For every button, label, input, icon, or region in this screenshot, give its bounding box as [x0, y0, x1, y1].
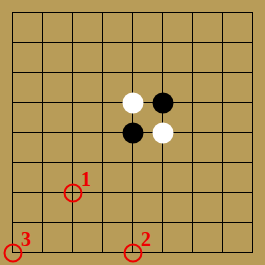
- white-stone: [123, 93, 144, 114]
- intersection-c3[interactable]: 1: [58, 178, 88, 208]
- intersection-e4[interactable]: [118, 148, 148, 178]
- intersection-d3[interactable]: [88, 178, 118, 208]
- intersection-b1[interactable]: [28, 238, 58, 265]
- intersection-e1[interactable]: 2: [118, 238, 148, 265]
- marker-circle-2: [124, 244, 143, 263]
- intersection-e8[interactable]: [118, 28, 148, 58]
- intersection-a1[interactable]: 3: [0, 238, 28, 265]
- intersection-g1[interactable]: [178, 238, 208, 265]
- intersection-d5[interactable]: [88, 118, 118, 148]
- intersection-e9[interactable]: [118, 0, 148, 28]
- intersection-f1[interactable]: [148, 238, 178, 265]
- intersection-j1[interactable]: [238, 238, 265, 265]
- intersection-a8[interactable]: [0, 28, 28, 58]
- intersection-f6[interactable]: [148, 88, 178, 118]
- intersection-g6[interactable]: [178, 88, 208, 118]
- intersection-c2[interactable]: [58, 208, 88, 238]
- intersection-e6[interactable]: [118, 88, 148, 118]
- intersection-b9[interactable]: [28, 0, 58, 28]
- intersection-j3[interactable]: [238, 178, 265, 208]
- intersection-b3[interactable]: [28, 178, 58, 208]
- intersection-f9[interactable]: [148, 0, 178, 28]
- board-grid: 132: [0, 0, 265, 265]
- intersection-f5[interactable]: [148, 118, 178, 148]
- intersection-h3[interactable]: [208, 178, 238, 208]
- intersection-e3[interactable]: [118, 178, 148, 208]
- intersection-g5[interactable]: [178, 118, 208, 148]
- intersection-h7[interactable]: [208, 58, 238, 88]
- intersection-c8[interactable]: [58, 28, 88, 58]
- intersection-g2[interactable]: [178, 208, 208, 238]
- intersection-j8[interactable]: [238, 28, 265, 58]
- intersection-g7[interactable]: [178, 58, 208, 88]
- white-stone: [153, 123, 174, 144]
- intersection-a4[interactable]: [0, 148, 28, 178]
- intersection-b2[interactable]: [28, 208, 58, 238]
- intersection-b6[interactable]: [28, 88, 58, 118]
- intersection-d7[interactable]: [88, 58, 118, 88]
- intersection-f3[interactable]: [148, 178, 178, 208]
- intersection-b7[interactable]: [28, 58, 58, 88]
- intersection-f2[interactable]: [148, 208, 178, 238]
- intersection-h4[interactable]: [208, 148, 238, 178]
- intersection-h5[interactable]: [208, 118, 238, 148]
- intersection-d6[interactable]: [88, 88, 118, 118]
- intersection-f4[interactable]: [148, 148, 178, 178]
- intersection-h1[interactable]: [208, 238, 238, 265]
- go-board: 132: [0, 0, 265, 265]
- intersection-j2[interactable]: [238, 208, 265, 238]
- intersection-j4[interactable]: [238, 148, 265, 178]
- intersection-d9[interactable]: [88, 0, 118, 28]
- intersection-b4[interactable]: [28, 148, 58, 178]
- intersection-c9[interactable]: [58, 0, 88, 28]
- black-stone: [153, 93, 174, 114]
- intersection-h8[interactable]: [208, 28, 238, 58]
- intersection-j5[interactable]: [238, 118, 265, 148]
- intersection-a9[interactable]: [0, 0, 28, 28]
- marker-circle-1: [64, 184, 83, 203]
- intersection-g3[interactable]: [178, 178, 208, 208]
- intersection-j7[interactable]: [238, 58, 265, 88]
- intersection-f8[interactable]: [148, 28, 178, 58]
- intersection-c7[interactable]: [58, 58, 88, 88]
- intersection-h2[interactable]: [208, 208, 238, 238]
- intersection-g4[interactable]: [178, 148, 208, 178]
- intersection-g8[interactable]: [178, 28, 208, 58]
- intersection-d1[interactable]: [88, 238, 118, 265]
- intersection-b5[interactable]: [28, 118, 58, 148]
- intersection-d2[interactable]: [88, 208, 118, 238]
- intersection-j9[interactable]: [238, 0, 265, 28]
- intersection-c5[interactable]: [58, 118, 88, 148]
- intersection-g9[interactable]: [178, 0, 208, 28]
- intersection-h6[interactable]: [208, 88, 238, 118]
- intersection-a6[interactable]: [0, 88, 28, 118]
- intersection-d8[interactable]: [88, 28, 118, 58]
- intersection-a5[interactable]: [0, 118, 28, 148]
- marker-label-2: 2: [141, 229, 151, 249]
- intersection-c1[interactable]: [58, 238, 88, 265]
- marker-circle-3: [4, 244, 23, 263]
- intersection-c6[interactable]: [58, 88, 88, 118]
- intersection-e7[interactable]: [118, 58, 148, 88]
- intersection-e5[interactable]: [118, 118, 148, 148]
- black-stone: [123, 123, 144, 144]
- intersection-f7[interactable]: [148, 58, 178, 88]
- intersection-a7[interactable]: [0, 58, 28, 88]
- intersection-d4[interactable]: [88, 148, 118, 178]
- marker-label-1: 1: [81, 169, 91, 189]
- marker-label-3: 3: [21, 229, 31, 249]
- intersection-j6[interactable]: [238, 88, 265, 118]
- intersection-h9[interactable]: [208, 0, 238, 28]
- intersection-a3[interactable]: [0, 178, 28, 208]
- intersection-b8[interactable]: [28, 28, 58, 58]
